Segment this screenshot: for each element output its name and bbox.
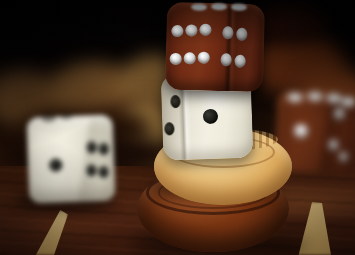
pip (191, 3, 207, 10)
bokeh-blob (255, 5, 325, 45)
blurred-white-die (27, 115, 116, 204)
die-body (165, 2, 265, 93)
brown-die (165, 2, 265, 93)
backgammon-dice-photo (0, 0, 355, 255)
pip (341, 97, 355, 107)
pip (231, 3, 247, 10)
pip (211, 3, 227, 10)
die-body (27, 115, 116, 204)
